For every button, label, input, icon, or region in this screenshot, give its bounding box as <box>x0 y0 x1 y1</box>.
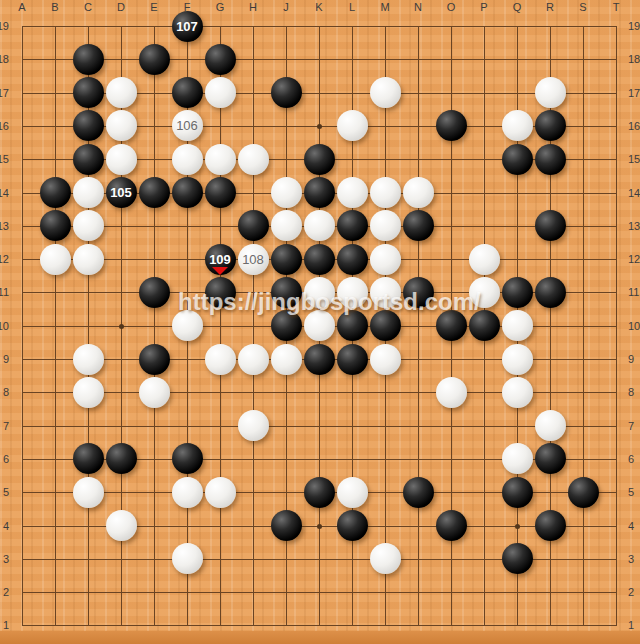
stone-black-O16[interactable] <box>436 110 467 141</box>
row-label-left-16: 16 <box>0 120 9 132</box>
stone-white-G15[interactable] <box>205 144 236 175</box>
stone-white-R17[interactable] <box>535 77 566 108</box>
column-label-F: F <box>179 1 195 13</box>
stone-black-K14[interactable] <box>304 177 335 208</box>
stone-white-Q8[interactable] <box>502 377 533 408</box>
row-label-left-13: 13 <box>0 220 9 232</box>
stone-white-F15[interactable] <box>172 144 203 175</box>
stone-white-M14[interactable] <box>370 177 401 208</box>
row-label-right-10: 10 <box>628 320 640 332</box>
stone-black-F19[interactable]: 107 <box>172 11 203 42</box>
stone-black-C6[interactable] <box>73 443 104 474</box>
stone-white-L16[interactable] <box>337 110 368 141</box>
grid-line-horizontal <box>22 625 617 626</box>
stone-white-M3[interactable] <box>370 543 401 574</box>
row-label-right-3: 3 <box>628 553 640 565</box>
stone-black-L9[interactable] <box>337 344 368 375</box>
stone-black-J4[interactable] <box>271 510 302 541</box>
grid-line-horizontal <box>22 426 617 427</box>
stone-white-H7[interactable] <box>238 410 269 441</box>
stone-black-Q3[interactable] <box>502 543 533 574</box>
column-label-P: P <box>476 1 492 13</box>
row-label-left-19: 19 <box>0 20 9 32</box>
stone-white-D17[interactable] <box>106 77 137 108</box>
stone-black-O4[interactable] <box>436 510 467 541</box>
stone-white-M17[interactable] <box>370 77 401 108</box>
grid-line-vertical <box>616 26 617 626</box>
stone-white-G9[interactable] <box>205 344 236 375</box>
stone-white-G17[interactable] <box>205 77 236 108</box>
row-label-right-15: 15 <box>628 153 640 165</box>
stone-black-J12[interactable] <box>271 244 302 275</box>
row-label-right-4: 4 <box>628 520 640 532</box>
stone-white-C9[interactable] <box>73 344 104 375</box>
column-label-K: K <box>311 1 327 13</box>
column-label-C: C <box>80 1 96 13</box>
stone-black-E9[interactable] <box>139 344 170 375</box>
stone-black-E14[interactable] <box>139 177 170 208</box>
grid-line-vertical <box>418 26 419 626</box>
stone-black-Q11[interactable] <box>502 277 533 308</box>
stone-black-R13[interactable] <box>535 210 566 241</box>
stone-black-F6[interactable] <box>172 443 203 474</box>
row-label-right-18: 18 <box>628 53 640 65</box>
move-number-109: 109 <box>209 253 231 266</box>
stone-white-N14[interactable] <box>403 177 434 208</box>
row-label-left-14: 14 <box>0 187 9 199</box>
row-label-right-5: 5 <box>628 486 640 498</box>
stone-black-L12[interactable] <box>337 244 368 275</box>
stone-black-L4[interactable] <box>337 510 368 541</box>
stone-white-Q6[interactable] <box>502 443 533 474</box>
row-label-right-8: 8 <box>628 386 640 398</box>
stone-black-R11[interactable] <box>535 277 566 308</box>
stone-black-R6[interactable] <box>535 443 566 474</box>
stone-white-C14[interactable] <box>73 177 104 208</box>
stone-black-G14[interactable] <box>205 177 236 208</box>
stone-black-K5[interactable] <box>304 477 335 508</box>
column-label-M: M <box>377 1 393 13</box>
stone-black-G12[interactable]: 109 <box>205 244 236 275</box>
stone-black-K15[interactable] <box>304 144 335 175</box>
row-label-right-13: 13 <box>628 220 640 232</box>
stone-white-P12[interactable] <box>469 244 500 275</box>
stone-black-B13[interactable] <box>40 210 71 241</box>
stone-black-S5[interactable] <box>568 477 599 508</box>
stone-white-K13[interactable] <box>304 210 335 241</box>
stone-black-R16[interactable] <box>535 110 566 141</box>
row-label-right-7: 7 <box>628 420 640 432</box>
stone-white-F16[interactable]: 106 <box>172 110 203 141</box>
move-number-105: 105 <box>110 186 132 199</box>
move-number-106: 106 <box>176 119 198 132</box>
column-label-J: J <box>278 1 294 13</box>
row-label-right-6: 6 <box>628 453 640 465</box>
stone-black-N13[interactable] <box>403 210 434 241</box>
row-label-left-4: 4 <box>0 520 9 532</box>
row-label-right-1: 1 <box>628 619 640 631</box>
row-label-right-17: 17 <box>628 87 640 99</box>
row-label-left-5: 5 <box>0 486 9 498</box>
star-point-D10 <box>119 324 124 329</box>
stone-white-J9[interactable] <box>271 344 302 375</box>
stone-black-D6[interactable] <box>106 443 137 474</box>
row-label-left-17: 17 <box>0 87 9 99</box>
go-board-screenshot: { "game": "go", "board": { "size": 19, "… <box>0 0 640 644</box>
row-label-right-11: 11 <box>628 286 640 298</box>
stone-white-D4[interactable] <box>106 510 137 541</box>
row-label-left-2: 2 <box>0 586 9 598</box>
stone-white-D15[interactable] <box>106 144 137 175</box>
stone-black-K9[interactable] <box>304 344 335 375</box>
stone-black-Q5[interactable] <box>502 477 533 508</box>
star-point-K4 <box>317 524 322 529</box>
stone-black-R4[interactable] <box>535 510 566 541</box>
stone-white-C8[interactable] <box>73 377 104 408</box>
row-label-right-16: 16 <box>628 120 640 132</box>
stone-black-N5[interactable] <box>403 477 434 508</box>
stone-white-O8[interactable] <box>436 377 467 408</box>
stone-white-G5[interactable] <box>205 477 236 508</box>
stone-black-C15[interactable] <box>73 144 104 175</box>
row-label-left-10: 10 <box>0 320 9 332</box>
column-label-O: O <box>443 1 459 13</box>
row-label-right-12: 12 <box>628 253 640 265</box>
stone-white-L5[interactable] <box>337 477 368 508</box>
stone-black-H13[interactable] <box>238 210 269 241</box>
column-label-H: H <box>245 1 261 13</box>
stone-white-M12[interactable] <box>370 244 401 275</box>
stone-black-D14[interactable]: 105 <box>106 177 137 208</box>
stone-black-C17[interactable] <box>73 77 104 108</box>
column-label-A: A <box>14 1 30 13</box>
row-label-right-9: 9 <box>628 353 640 365</box>
stone-black-C18[interactable] <box>73 44 104 75</box>
column-label-E: E <box>146 1 162 13</box>
stone-black-E11[interactable] <box>139 277 170 308</box>
stone-white-H15[interactable] <box>238 144 269 175</box>
stone-white-L14[interactable] <box>337 177 368 208</box>
last-move-marker-icon <box>212 267 228 275</box>
stone-white-F3[interactable] <box>172 543 203 574</box>
move-number-107: 107 <box>176 20 198 33</box>
stone-white-Q10[interactable] <box>502 310 533 341</box>
move-number-108: 108 <box>242 253 264 266</box>
row-label-left-1: 1 <box>0 619 9 631</box>
row-label-left-8: 8 <box>0 386 9 398</box>
stone-white-B12[interactable] <box>40 244 71 275</box>
watermark-text: https://jingbosportsd.com/ <box>178 288 481 316</box>
column-label-D: D <box>113 1 129 13</box>
stone-black-B14[interactable] <box>40 177 71 208</box>
star-point-K16 <box>317 124 322 129</box>
stone-black-F17[interactable] <box>172 77 203 108</box>
stone-white-H9[interactable] <box>238 344 269 375</box>
stone-white-F5[interactable] <box>172 477 203 508</box>
stone-white-J13[interactable] <box>271 210 302 241</box>
stone-black-J17[interactable] <box>271 77 302 108</box>
row-label-left-12: 12 <box>0 253 9 265</box>
stone-white-C12[interactable] <box>73 244 104 275</box>
column-label-S: S <box>575 1 591 13</box>
column-label-T: T <box>608 1 624 13</box>
row-label-right-14: 14 <box>628 187 640 199</box>
column-label-G: G <box>212 1 228 13</box>
stone-black-E18[interactable] <box>139 44 170 75</box>
row-label-left-6: 6 <box>0 453 9 465</box>
stone-black-K12[interactable] <box>304 244 335 275</box>
stone-white-H12[interactable]: 108 <box>238 244 269 275</box>
stone-black-F14[interactable] <box>172 177 203 208</box>
column-label-Q: Q <box>509 1 525 13</box>
stone-black-R15[interactable] <box>535 144 566 175</box>
row-label-left-3: 3 <box>0 553 9 565</box>
stone-white-C5[interactable] <box>73 477 104 508</box>
stone-white-C13[interactable] <box>73 210 104 241</box>
stone-white-M13[interactable] <box>370 210 401 241</box>
row-label-left-9: 9 <box>0 353 9 365</box>
stone-white-Q16[interactable] <box>502 110 533 141</box>
stone-black-Q15[interactable] <box>502 144 533 175</box>
grid-line-vertical <box>583 26 584 626</box>
row-label-right-2: 2 <box>628 586 640 598</box>
board-bottom-edge <box>0 631 640 644</box>
column-label-N: N <box>410 1 426 13</box>
stone-black-G18[interactable] <box>205 44 236 75</box>
stone-black-C16[interactable] <box>73 110 104 141</box>
row-label-left-15: 15 <box>0 153 9 165</box>
column-label-R: R <box>542 1 558 13</box>
stone-white-D16[interactable] <box>106 110 137 141</box>
row-label-right-19: 19 <box>628 20 640 32</box>
column-label-L: L <box>344 1 360 13</box>
stone-white-E8[interactable] <box>139 377 170 408</box>
row-label-left-11: 11 <box>0 286 9 298</box>
row-label-left-7: 7 <box>0 420 9 432</box>
stone-white-Q9[interactable] <box>502 344 533 375</box>
stone-white-J14[interactable] <box>271 177 302 208</box>
stone-white-R7[interactable] <box>535 410 566 441</box>
grid-line-horizontal <box>22 592 617 593</box>
stone-white-M9[interactable] <box>370 344 401 375</box>
column-label-B: B <box>47 1 63 13</box>
stone-black-L13[interactable] <box>337 210 368 241</box>
star-point-Q4 <box>515 524 520 529</box>
row-label-left-18: 18 <box>0 53 9 65</box>
